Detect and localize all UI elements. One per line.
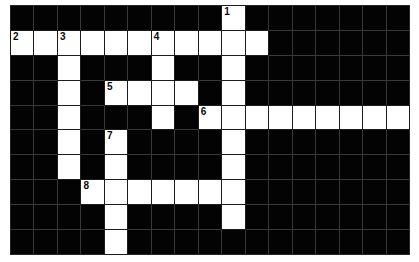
white-cell-r3c4[interactable]: 5 [105,81,127,105]
white-cell-r5c4[interactable]: 7 [105,130,127,154]
white-cell-r3c2[interactable] [58,81,80,105]
white-cell-r9c4[interactable] [105,230,127,254]
black-cell-r5c5 [128,130,150,154]
black-cell-r3c3 [81,81,103,105]
clue-number-6: 6 [201,106,207,117]
black-cell-r5c6 [152,130,174,154]
black-cell-r9c2 [58,230,80,254]
white-cell-r7c6[interactable] [152,180,174,204]
white-cell-r3c9[interactable] [222,81,244,105]
white-cell-r4c12[interactable] [293,106,315,130]
white-cell-r2c6[interactable] [152,56,174,80]
white-cell-r7c9[interactable] [222,180,244,204]
black-cell-r8c12 [293,205,315,229]
black-cell-r0c15 [363,6,385,30]
white-cell-r4c13[interactable] [316,106,338,130]
white-cell-r8c4[interactable] [105,205,127,229]
white-cell-r3c6[interactable] [152,81,174,105]
clue-number-2: 2 [13,31,19,42]
black-cell-r9c9 [222,230,244,254]
black-cell-r6c1 [34,155,56,179]
black-cell-r5c12 [293,130,315,154]
black-cell-r4c3 [81,106,103,130]
black-cell-r2c14 [340,56,362,80]
black-cell-r8c13 [316,205,338,229]
black-cell-r2c7 [175,56,197,80]
black-cell-r2c16 [387,56,409,80]
black-cell-r0c12 [293,6,315,30]
white-cell-r4c2[interactable] [58,106,80,130]
black-cell-r4c4 [105,106,127,130]
black-cell-r5c1 [34,130,56,154]
white-cell-r1c6[interactable]: 4 [152,31,174,55]
black-cell-r3c0 [11,81,33,105]
white-cell-r1c1[interactable] [34,31,56,55]
black-cell-r8c3 [81,205,103,229]
black-cell-r7c11 [269,180,291,204]
black-cell-r2c1 [34,56,56,80]
black-cell-r8c5 [128,205,150,229]
white-cell-r3c5[interactable] [128,81,150,105]
black-cell-r6c13 [316,155,338,179]
black-cell-r3c1 [34,81,56,105]
white-cell-r4c8[interactable]: 6 [199,106,221,130]
black-cell-r2c11 [269,56,291,80]
white-cell-r7c3[interactable]: 8 [81,180,103,204]
black-cell-r6c12 [293,155,315,179]
white-cell-r1c7[interactable] [175,31,197,55]
black-cell-r6c7 [175,155,197,179]
black-cell-r7c13 [316,180,338,204]
black-cell-r8c7 [175,205,197,229]
black-cell-r2c8 [199,56,221,80]
black-cell-r9c8 [199,230,221,254]
black-cell-r2c10 [246,56,268,80]
white-cell-r1c8[interactable] [199,31,221,55]
black-cell-r9c15 [363,230,385,254]
black-cell-r5c11 [269,130,291,154]
crossword-grid: 12345678 [10,5,410,255]
black-cell-r9c6 [152,230,174,254]
black-cell-r7c16 [387,180,409,204]
white-cell-r7c8[interactable] [199,180,221,204]
black-cell-r2c15 [363,56,385,80]
white-cell-r1c3[interactable] [81,31,103,55]
black-cell-r6c15 [363,155,385,179]
black-cell-r6c10 [246,155,268,179]
black-cell-r7c2 [58,180,80,204]
black-cell-r5c8 [199,130,221,154]
black-cell-r2c12 [293,56,315,80]
black-cell-r6c11 [269,155,291,179]
black-cell-r3c16 [387,81,409,105]
black-cell-r5c10 [246,130,268,154]
white-cell-r0c9[interactable]: 1 [222,6,244,30]
black-cell-r6c16 [387,155,409,179]
white-cell-r6c2[interactable] [58,155,80,179]
black-cell-r9c1 [34,230,56,254]
white-cell-r4c16[interactable] [387,106,409,130]
white-cell-r7c4[interactable] [105,180,127,204]
black-cell-r4c5 [128,106,150,130]
black-cell-r5c3 [81,130,103,154]
black-cell-r3c14 [340,81,362,105]
black-cell-r8c1 [34,205,56,229]
black-cell-r8c6 [152,205,174,229]
white-cell-r4c14[interactable] [340,106,362,130]
white-cell-r4c9[interactable] [222,106,244,130]
black-cell-r5c0 [11,130,33,154]
black-cell-r0c2 [58,6,80,30]
black-cell-r9c11 [269,230,291,254]
white-cell-r2c2[interactable] [58,56,80,80]
white-cell-r2c9[interactable] [222,56,244,80]
black-cell-r3c13 [316,81,338,105]
black-cell-r9c12 [293,230,315,254]
black-cell-r9c16 [387,230,409,254]
white-cell-r6c4[interactable] [105,155,127,179]
black-cell-r0c1 [34,6,56,30]
black-cell-r5c16 [387,130,409,154]
clue-number-7: 7 [107,130,113,141]
black-cell-r0c5 [128,6,150,30]
black-cell-r5c14 [340,130,362,154]
black-cell-r4c1 [34,106,56,130]
white-cell-r1c2[interactable]: 3 [58,31,80,55]
black-cell-r0c11 [269,6,291,30]
black-cell-r3c12 [293,81,315,105]
white-cell-r3c7[interactable] [175,81,197,105]
black-cell-r1c12 [293,31,315,55]
black-cell-r6c3 [81,155,103,179]
black-cell-r0c7 [175,6,197,30]
white-cell-r1c10[interactable] [246,31,268,55]
white-cell-r7c5[interactable] [128,180,150,204]
black-cell-r0c14 [340,6,362,30]
black-cell-r8c0 [11,205,33,229]
white-cell-r1c4[interactable] [105,31,127,55]
black-cell-r5c13 [316,130,338,154]
black-cell-r9c5 [128,230,150,254]
black-cell-r0c3 [81,6,103,30]
black-cell-r6c5 [128,155,150,179]
black-cell-r0c4 [105,6,127,30]
black-cell-r0c13 [316,6,338,30]
white-cell-r7c7[interactable] [175,180,197,204]
black-cell-r6c0 [11,155,33,179]
black-cell-r2c3 [81,56,103,80]
black-cell-r2c4 [105,56,127,80]
clue-number-3: 3 [60,31,66,42]
black-cell-r8c16 [387,205,409,229]
black-cell-r8c10 [246,205,268,229]
black-cell-r2c0 [11,56,33,80]
clue-number-8: 8 [83,180,89,191]
black-cell-r7c14 [340,180,362,204]
white-cell-r6c9[interactable] [222,155,244,179]
white-cell-r1c0[interactable]: 2 [11,31,33,55]
clue-number-4: 4 [154,31,160,42]
black-cell-r1c15 [363,31,385,55]
black-cell-r6c14 [340,155,362,179]
black-cell-r0c8 [199,6,221,30]
black-cell-r8c14 [340,205,362,229]
white-cell-r1c5[interactable] [128,31,150,55]
black-cell-r3c15 [363,81,385,105]
black-cell-r9c0 [11,230,33,254]
black-cell-r7c12 [293,180,315,204]
white-cell-r4c10[interactable] [246,106,268,130]
black-cell-r8c8 [199,205,221,229]
black-cell-r7c1 [34,180,56,204]
black-cell-r7c10 [246,180,268,204]
black-cell-r5c7 [175,130,197,154]
black-cell-r7c15 [363,180,385,204]
crossword-page: 12345678 [0,0,419,262]
white-cell-r1c9[interactable] [222,31,244,55]
black-cell-r9c13 [316,230,338,254]
white-cell-r4c6[interactable] [152,106,174,130]
black-cell-r4c7 [175,106,197,130]
clue-number-1: 1 [224,6,230,17]
black-cell-r3c11 [269,81,291,105]
black-cell-r0c16 [387,6,409,30]
white-cell-r5c2[interactable] [58,130,80,154]
black-cell-r2c13 [316,56,338,80]
black-cell-r0c6 [152,6,174,30]
black-cell-r9c7 [175,230,197,254]
white-cell-r4c15[interactable] [363,106,385,130]
black-cell-r8c2 [58,205,80,229]
black-cell-r6c8 [199,155,221,179]
clue-number-5: 5 [107,81,113,92]
black-cell-r5c15 [363,130,385,154]
black-cell-r0c0 [11,6,33,30]
black-cell-r3c10 [246,81,268,105]
black-cell-r3c8 [199,81,221,105]
black-cell-r1c14 [340,31,362,55]
white-cell-r4c11[interactable] [269,106,291,130]
black-cell-r8c15 [363,205,385,229]
black-cell-r7c0 [11,180,33,204]
black-cell-r1c11 [269,31,291,55]
black-cell-r0c10 [246,6,268,30]
black-cell-r2c5 [128,56,150,80]
black-cell-r6c6 [152,155,174,179]
black-cell-r8c11 [269,205,291,229]
black-cell-r9c14 [340,230,362,254]
black-cell-r1c13 [316,31,338,55]
white-cell-r8c9[interactable] [222,205,244,229]
white-cell-r5c9[interactable] [222,130,244,154]
black-cell-r9c10 [246,230,268,254]
black-cell-r4c0 [11,106,33,130]
black-cell-r9c3 [81,230,103,254]
black-cell-r1c16 [387,31,409,55]
